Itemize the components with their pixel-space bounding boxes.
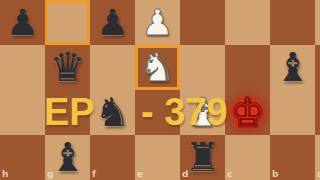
white-pawn[interactable]: ♟ [135, 0, 180, 45]
square-g5[interactable]: ♛ [45, 45, 90, 90]
square-h5[interactable] [0, 45, 45, 90]
square-f8[interactable]: f [90, 135, 135, 180]
chess-thumbnail: ♟♟♟♛♞♝♞♝♚h♝gfe♜dcba EP - 379 [0, 0, 320, 180]
square-f5[interactable] [90, 45, 135, 90]
square-a5[interactable] [315, 45, 320, 90]
square-d4[interactable] [180, 0, 225, 45]
square-d5[interactable] [180, 45, 225, 90]
square-e8[interactable]: e [135, 135, 180, 180]
white-knight[interactable]: ♞ [135, 45, 180, 90]
file-label-c: c [227, 170, 232, 179]
black-queen[interactable]: ♛ [45, 45, 90, 90]
square-d8[interactable]: ♜d [180, 135, 225, 180]
file-label-h: h [2, 170, 8, 179]
episode-caption: EP - 379 [0, 90, 320, 134]
episode-caption-right: - 379 [141, 90, 228, 134]
square-g8[interactable]: ♝g [45, 135, 90, 180]
file-label-b: b [272, 170, 278, 179]
square-c4[interactable] [225, 0, 270, 45]
square-c5[interactable] [225, 45, 270, 90]
square-f4[interactable]: ♟ [90, 0, 135, 45]
square-h8[interactable]: h [0, 135, 45, 180]
square-c8[interactable]: c [225, 135, 270, 180]
episode-caption-left: EP [44, 90, 95, 134]
black-pawn[interactable]: ♟ [0, 0, 45, 45]
square-b8[interactable]: b [270, 135, 315, 180]
black-bishop[interactable]: ♝ [270, 45, 315, 90]
square-a4[interactable] [315, 0, 320, 45]
black-knight[interactable]: ♞ [90, 90, 135, 135]
square-a8[interactable]: a [315, 135, 320, 180]
square-g4[interactable] [45, 0, 90, 45]
black-pawn[interactable]: ♟ [90, 0, 135, 45]
square-f7[interactable]: ♞ [90, 90, 135, 135]
square-b5[interactable]: ♝ [270, 45, 315, 90]
file-label-f: f [92, 170, 96, 179]
file-label-g: g [47, 170, 53, 179]
square-e4[interactable]: ♟ [135, 0, 180, 45]
square-b4[interactable] [270, 0, 315, 45]
file-label-d: d [182, 170, 188, 179]
square-e5[interactable]: ♞ [135, 45, 180, 90]
square-h4[interactable]: ♟ [0, 0, 45, 45]
file-label-e: e [137, 170, 143, 179]
